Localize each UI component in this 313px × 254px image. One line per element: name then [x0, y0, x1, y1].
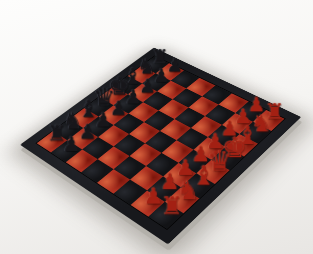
chess-set-photo: ♜♞♝♛♚♝♞♜♟♟♟♟♟♟♟♟♟♟♟♟♟♟♟♟♜♞♝♛♚♝♞♜ — [0, 0, 313, 254]
board-grid: ♜♞♝♛♚♝♞♜♟♟♟♟♟♟♟♟♟♟♟♟♟♟♟♟♜♞♝♛♚♝♞♜ — [37, 56, 285, 229]
board-orientation-wrapper: ♜♞♝♛♚♝♞♜♟♟♟♟♟♟♟♟♟♟♟♟♟♟♟♟♜♞♝♛♚♝♞♜ — [0, 0, 313, 254]
board-cell — [160, 119, 191, 140]
chess-board: ♜♞♝♛♚♝♞♜♟♟♟♟♟♟♟♟♟♟♟♟♟♟♟♟♜♞♝♛♚♝♞♜ — [20, 47, 301, 244]
